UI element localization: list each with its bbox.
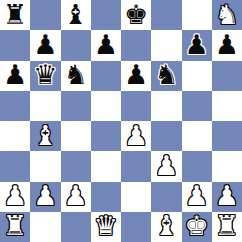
square-g1[interactable]: ♚ bbox=[182, 212, 212, 242]
square-b5[interactable] bbox=[30, 91, 60, 121]
square-f6[interactable]: ♞ bbox=[151, 61, 181, 91]
square-c8[interactable]: ♝ bbox=[61, 0, 91, 30]
square-g4[interactable] bbox=[182, 121, 212, 151]
square-g2[interactable]: ♟ bbox=[182, 182, 212, 212]
piece-white-bishop[interactable]: ♝ bbox=[33, 122, 57, 149]
piece-white-queen[interactable]: ♛ bbox=[94, 212, 118, 239]
piece-black-pawn[interactable]: ♟ bbox=[185, 31, 209, 58]
piece-black-pawn[interactable]: ♟ bbox=[33, 31, 57, 58]
square-a4[interactable] bbox=[0, 121, 30, 151]
piece-black-rook[interactable]: ♜ bbox=[3, 1, 27, 28]
square-h6[interactable] bbox=[212, 61, 242, 91]
piece-black-pawn[interactable]: ♟ bbox=[124, 61, 148, 88]
square-b2[interactable]: ♟ bbox=[30, 182, 60, 212]
piece-white-bishop[interactable]: ♝ bbox=[154, 212, 178, 239]
square-f4[interactable] bbox=[151, 121, 181, 151]
square-d3[interactable] bbox=[91, 151, 121, 181]
square-g7[interactable]: ♟ bbox=[182, 30, 212, 60]
square-c3[interactable] bbox=[61, 151, 91, 181]
square-c5[interactable] bbox=[61, 91, 91, 121]
square-b3[interactable] bbox=[30, 151, 60, 181]
square-a3[interactable] bbox=[0, 151, 30, 181]
square-d1[interactable]: ♛ bbox=[91, 212, 121, 242]
piece-white-king[interactable]: ♚ bbox=[185, 212, 209, 239]
square-c1[interactable] bbox=[61, 212, 91, 242]
square-c6[interactable]: ♞ bbox=[61, 61, 91, 91]
piece-white-pawn[interactable]: ♟ bbox=[154, 152, 178, 179]
piece-black-pawn[interactable]: ♟ bbox=[215, 31, 239, 58]
square-h2[interactable]: ♟ bbox=[212, 182, 242, 212]
chess-board: ♜♝♚♞♟♟♟♟♟♛♞♟♞♝♟♟♟♟♟♟♟♜♛♝♚♜ bbox=[0, 0, 242, 242]
piece-black-bishop[interactable]: ♝ bbox=[64, 1, 88, 28]
piece-black-king[interactable]: ♚ bbox=[124, 1, 148, 28]
square-b6[interactable]: ♛ bbox=[30, 61, 60, 91]
square-f7[interactable] bbox=[151, 30, 181, 60]
square-g6[interactable] bbox=[182, 61, 212, 91]
square-a5[interactable] bbox=[0, 91, 30, 121]
square-d2[interactable] bbox=[91, 182, 121, 212]
piece-white-rook[interactable]: ♜ bbox=[215, 212, 239, 239]
square-f8[interactable] bbox=[151, 0, 181, 30]
square-f5[interactable] bbox=[151, 91, 181, 121]
square-e1[interactable] bbox=[121, 212, 151, 242]
piece-black-pawn[interactable]: ♟ bbox=[94, 31, 118, 58]
piece-white-knight[interactable]: ♞ bbox=[215, 1, 239, 28]
square-a6[interactable]: ♟ bbox=[0, 61, 30, 91]
piece-black-pawn[interactable]: ♟ bbox=[3, 61, 27, 88]
square-c4[interactable] bbox=[61, 121, 91, 151]
piece-white-pawn[interactable]: ♟ bbox=[64, 182, 88, 209]
square-h3[interactable] bbox=[212, 151, 242, 181]
piece-white-pawn[interactable]: ♟ bbox=[124, 122, 148, 149]
square-b1[interactable] bbox=[30, 212, 60, 242]
square-d8[interactable] bbox=[91, 0, 121, 30]
square-c7[interactable] bbox=[61, 30, 91, 60]
piece-black-queen[interactable]: ♛ bbox=[33, 61, 57, 88]
square-g5[interactable] bbox=[182, 91, 212, 121]
square-e7[interactable] bbox=[121, 30, 151, 60]
square-a7[interactable] bbox=[0, 30, 30, 60]
square-a1[interactable]: ♜ bbox=[0, 212, 30, 242]
square-a8[interactable]: ♜ bbox=[0, 0, 30, 30]
square-e2[interactable] bbox=[121, 182, 151, 212]
piece-white-pawn[interactable]: ♟ bbox=[215, 182, 239, 209]
square-e3[interactable] bbox=[121, 151, 151, 181]
square-g3[interactable] bbox=[182, 151, 212, 181]
piece-white-rook[interactable]: ♜ bbox=[3, 212, 27, 239]
square-g8[interactable] bbox=[182, 0, 212, 30]
square-f3[interactable]: ♟ bbox=[151, 151, 181, 181]
square-f1[interactable]: ♝ bbox=[151, 212, 181, 242]
chess-board-container: ♜♝♚♞♟♟♟♟♟♛♞♟♞♝♟♟♟♟♟♟♟♜♛♝♚♜ bbox=[0, 0, 242, 242]
square-d7[interactable]: ♟ bbox=[91, 30, 121, 60]
square-d6[interactable] bbox=[91, 61, 121, 91]
square-c2[interactable]: ♟ bbox=[61, 182, 91, 212]
piece-black-knight[interactable]: ♞ bbox=[64, 61, 88, 88]
square-b4[interactable]: ♝ bbox=[30, 121, 60, 151]
square-h5[interactable] bbox=[212, 91, 242, 121]
piece-white-pawn[interactable]: ♟ bbox=[33, 182, 57, 209]
square-b8[interactable] bbox=[30, 0, 60, 30]
square-h7[interactable]: ♟ bbox=[212, 30, 242, 60]
square-e6[interactable]: ♟ bbox=[121, 61, 151, 91]
square-a2[interactable]: ♟ bbox=[0, 182, 30, 212]
square-e5[interactable] bbox=[121, 91, 151, 121]
square-h8[interactable]: ♞ bbox=[212, 0, 242, 30]
square-b7[interactable]: ♟ bbox=[30, 30, 60, 60]
square-h1[interactable]: ♜ bbox=[212, 212, 242, 242]
square-d4[interactable] bbox=[91, 121, 121, 151]
square-f2[interactable] bbox=[151, 182, 181, 212]
piece-black-knight[interactable]: ♞ bbox=[154, 61, 178, 88]
square-e4[interactable]: ♟ bbox=[121, 121, 151, 151]
square-d5[interactable] bbox=[91, 91, 121, 121]
piece-white-pawn[interactable]: ♟ bbox=[185, 182, 209, 209]
square-e8[interactable]: ♚ bbox=[121, 0, 151, 30]
square-h4[interactable] bbox=[212, 121, 242, 151]
piece-white-pawn[interactable]: ♟ bbox=[3, 182, 27, 209]
